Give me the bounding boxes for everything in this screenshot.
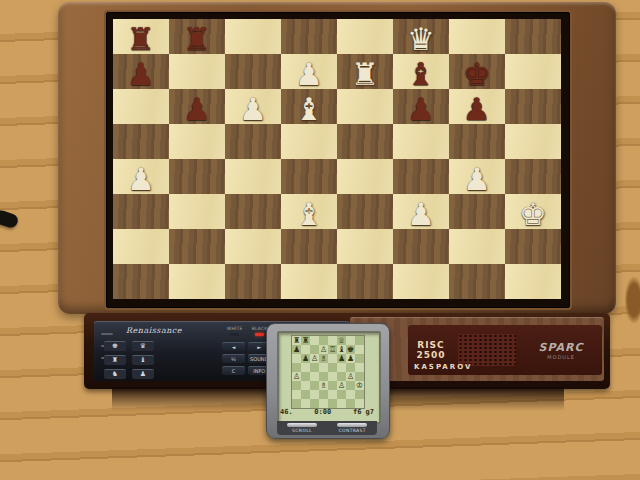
- square-b5[interactable]: [169, 124, 225, 159]
- square-h1[interactable]: [505, 264, 561, 299]
- lcd-square-b6: ♟: [301, 354, 310, 363]
- square-a1[interactable]: [113, 264, 169, 299]
- piece-wq-f8[interactable]: ♛: [393, 24, 449, 55]
- kasparov-brand: KASPAROV: [414, 363, 472, 371]
- square-b2[interactable]: [169, 229, 225, 264]
- piece-br-b8[interactable]: ♜: [169, 24, 225, 55]
- lcd-move-text: f6 g7: [353, 408, 374, 416]
- square-f1[interactable]: [393, 264, 449, 299]
- piece-wb-d6[interactable]: ♝: [281, 94, 337, 125]
- lcd-square-f7: ♝: [337, 345, 346, 354]
- sparc-label: SPARC: [520, 341, 602, 354]
- square-a7[interactable]: ♟: [113, 54, 169, 89]
- piece-wb-d3[interactable]: ♝: [281, 199, 337, 230]
- square-h5[interactable]: [505, 124, 561, 159]
- led-label-white: WHITE: [223, 325, 246, 330]
- lcd-square-e6: [328, 354, 337, 363]
- square-h6[interactable]: [505, 89, 561, 124]
- lcd-square-e2: [328, 390, 337, 399]
- piece-bp-f6[interactable]: ♟: [393, 94, 449, 125]
- square-e3[interactable]: [337, 194, 393, 229]
- square-e2[interactable]: [337, 229, 393, 264]
- lcd-square-b2: [301, 390, 310, 399]
- lcd-square-e3: [328, 381, 337, 390]
- lcd-square-h1: [355, 399, 364, 408]
- module-name-line1: RISC: [408, 340, 454, 350]
- square-f7[interactable]: ♝: [393, 54, 449, 89]
- lcd-square-a1: [292, 399, 301, 408]
- lcd-square-d2: [319, 390, 328, 399]
- square-g5[interactable]: [449, 124, 505, 159]
- lcd-piece-d6: ♗: [319, 354, 328, 363]
- scroll-label: SCROLL: [288, 427, 315, 432]
- lcd-square-g5: [346, 363, 355, 372]
- square-g4[interactable]: ♟: [449, 159, 505, 194]
- square-a4[interactable]: ♟: [113, 159, 169, 194]
- lcd-square-d4: [319, 372, 328, 381]
- module-name: RISC 2500: [408, 340, 454, 360]
- lcd-square-c3: [310, 381, 319, 390]
- lcd-square-g6: ♟: [346, 354, 355, 363]
- lcd-move-number: 46.: [280, 408, 293, 416]
- square-e5[interactable]: [337, 124, 393, 159]
- piece-key-♟[interactable]: ♟: [132, 369, 154, 379]
- contrast-label: CONTRAST: [338, 427, 365, 432]
- piece-wp-a4[interactable]: ♟: [113, 164, 169, 195]
- square-e6[interactable]: [337, 89, 393, 124]
- lcd-square-c8: [310, 336, 319, 345]
- square-f6[interactable]: ♟: [393, 89, 449, 124]
- lcd-piece-d7: ♙: [319, 345, 328, 354]
- lcd-square-f2: [337, 390, 346, 399]
- lcd-square-e7: ♖: [328, 345, 337, 354]
- lcd-square-h2: [355, 390, 364, 399]
- square-f4[interactable]: [393, 159, 449, 194]
- speaker-grille: [458, 334, 516, 366]
- lcd-square-f6: ♟: [337, 354, 346, 363]
- square-h3[interactable]: ♚: [505, 194, 561, 229]
- lcd-square-a3: [292, 381, 301, 390]
- square-c5[interactable]: [225, 124, 281, 159]
- lcd-square-f5: [337, 363, 346, 372]
- square-d1[interactable]: [281, 264, 337, 299]
- lcd-square-c1: [310, 399, 319, 408]
- square-c1[interactable]: [225, 264, 281, 299]
- lcd-piece-g6: ♟: [346, 354, 355, 363]
- piece-wp-f3[interactable]: ♟: [393, 199, 449, 230]
- square-h8[interactable]: [505, 19, 561, 54]
- module-right: SPARC MODULE: [520, 341, 602, 360]
- piece-wr-e7[interactable]: ♜: [337, 59, 393, 90]
- square-d3[interactable]: ♝: [281, 194, 337, 229]
- square-c4[interactable]: [225, 159, 281, 194]
- lcd-square-f3: ♙: [337, 381, 346, 390]
- lcd-square-d7: ♙: [319, 345, 328, 354]
- lcd-piece-b6: ♟: [301, 354, 310, 363]
- key--[interactable]: ◄: [222, 342, 245, 351]
- key--[interactable]: ½: [222, 354, 245, 363]
- square-b7[interactable]: [169, 54, 225, 89]
- square-h7[interactable]: [505, 54, 561, 89]
- lcd-piece-a4: ♙: [292, 372, 301, 381]
- lcd-square-g8: [346, 336, 355, 345]
- lcd-square-g4: ♙: [346, 372, 355, 381]
- lcd-square-d6: ♗: [319, 354, 328, 363]
- renaissance-logo: Renaissance: [126, 326, 216, 335]
- led-white: [230, 333, 239, 336]
- lcd-piece-d3: ♗: [319, 381, 328, 390]
- lcd-clock: 0:00: [314, 408, 331, 416]
- piece-key-♚[interactable]: ♚: [104, 341, 126, 351]
- lcd-square-g2: [346, 390, 355, 399]
- square-d6[interactable]: ♝: [281, 89, 337, 124]
- square-a8[interactable]: ♜: [113, 19, 169, 54]
- lcd-square-g7: ♚: [346, 345, 355, 354]
- piece-key-♝[interactable]: ♝: [132, 355, 154, 365]
- square-d2[interactable]: [281, 229, 337, 264]
- lcd-square-h6: [355, 354, 364, 363]
- square-d5[interactable]: [281, 124, 337, 159]
- power-cable: [0, 209, 20, 230]
- lcd-piece-a7: ♟: [292, 345, 301, 354]
- module-label: MODULE: [520, 354, 602, 360]
- lcd-piece-g7: ♚: [346, 345, 355, 354]
- lcd-square-f8: ♕: [337, 336, 346, 345]
- square-d8[interactable]: [281, 19, 337, 54]
- square-d7[interactable]: ♟: [281, 54, 337, 89]
- square-b4[interactable]: [169, 159, 225, 194]
- lcd-square-a4: ♙: [292, 372, 301, 381]
- lcd-piece-f3: ♙: [337, 381, 346, 390]
- lcd-square-c2: [310, 390, 319, 399]
- square-e7[interactable]: ♜: [337, 54, 393, 89]
- square-d4[interactable]: [281, 159, 337, 194]
- lcd-piece-c6: ♙: [310, 354, 319, 363]
- lcd-square-h4: [355, 372, 364, 381]
- square-b3[interactable]: [169, 194, 225, 229]
- lcd-square-a8: ♜: [292, 336, 301, 345]
- lcd-square-b8: ♜: [301, 336, 310, 345]
- led-black: [255, 333, 264, 336]
- square-f8[interactable]: ♛: [393, 19, 449, 54]
- lcd-move-line: 46. 0:00 f6 g7: [280, 408, 374, 416]
- piece-key-♛[interactable]: ♛: [132, 341, 154, 351]
- lcd-square-h5: [355, 363, 364, 372]
- lcd-square-b7: [301, 345, 310, 354]
- lcd-square-e1: [328, 399, 337, 408]
- square-f3[interactable]: ♟: [393, 194, 449, 229]
- square-b1[interactable]: [169, 264, 225, 299]
- piece-wp-c6[interactable]: ♟: [225, 94, 281, 125]
- lcd-board: ♜♜♕♟♙♖♝♚♟♙♗♟♟♙♙♗♙♔: [291, 335, 365, 409]
- key-c[interactable]: C: [222, 366, 245, 375]
- lcd-square-e4: [328, 372, 337, 381]
- piece-br-a8[interactable]: ♜: [113, 24, 169, 55]
- square-g6[interactable]: ♟: [449, 89, 505, 124]
- lcd-square-c5: [310, 363, 319, 372]
- square-g8[interactable]: [449, 19, 505, 54]
- lcd-square-f4: [337, 372, 346, 381]
- lcd-piece-f6: ♟: [337, 354, 346, 363]
- square-g2[interactable]: [449, 229, 505, 264]
- square-h4[interactable]: [505, 159, 561, 194]
- piece-bp-a7[interactable]: ♟: [113, 59, 169, 90]
- square-h2[interactable]: [505, 229, 561, 264]
- lcd-square-b3: [301, 381, 310, 390]
- square-c6[interactable]: ♟: [225, 89, 281, 124]
- lcd-square-a5: [292, 363, 301, 372]
- lcd-square-c6: ♙: [310, 354, 319, 363]
- scene: ♜♜♛♟♟♜♝♚♟♟♝♟♟♟♟♝♟♚ Renaissance ♚♛♜♝♞♟ WH…: [0, 0, 640, 480]
- piece-key-♜[interactable]: ♜: [104, 355, 126, 365]
- piece-wp-d7[interactable]: ♟: [281, 59, 337, 90]
- lcd-piece-h3: ♔: [355, 381, 364, 390]
- square-c3[interactable]: [225, 194, 281, 229]
- lcd-square-d1: [319, 399, 328, 408]
- lcd-square-d8: [319, 336, 328, 345]
- lcd-square-d5: [319, 363, 328, 372]
- piece-key-♞[interactable]: ♞: [104, 369, 126, 379]
- lcd-square-c4: [310, 372, 319, 381]
- lcd-square-h8: [355, 336, 364, 345]
- lcd-square-b4: [301, 372, 310, 381]
- square-c8[interactable]: [225, 19, 281, 54]
- lcd-square-b5: [301, 363, 310, 372]
- lcd-square-e8: [328, 336, 337, 345]
- piece-wk-h3[interactable]: ♚: [505, 199, 561, 230]
- lcd-square-h3: ♔: [355, 381, 364, 390]
- piece-bb-f7[interactable]: ♝: [393, 59, 449, 90]
- lcd-piece-b8: ♜: [301, 336, 310, 345]
- square-f2[interactable]: [393, 229, 449, 264]
- lcd-square-h7: [355, 345, 364, 354]
- lcd-square-a7: ♟: [292, 345, 301, 354]
- square-e4[interactable]: [337, 159, 393, 194]
- lcd-square-e5: [328, 363, 337, 372]
- square-b6[interactable]: ♟: [169, 89, 225, 124]
- piece-bp-b6[interactable]: ♟: [169, 94, 225, 125]
- lcd-piece-g4: ♙: [346, 372, 355, 381]
- square-g3[interactable]: [449, 194, 505, 229]
- lcd-square-f1: [337, 399, 346, 408]
- piece-wp-g4[interactable]: ♟: [449, 164, 505, 195]
- piece-bp-g6[interactable]: ♟: [449, 94, 505, 125]
- square-a5[interactable]: [113, 124, 169, 159]
- square-a3[interactable]: [113, 194, 169, 229]
- piece-key-block: ♚♛♜♝♞♟: [104, 341, 154, 379]
- lcd-button-bar: SCROLL CONTRAST: [277, 421, 377, 435]
- module-name-line2: 2500: [408, 350, 454, 360]
- lcd-square-g1: [346, 399, 355, 408]
- led-col-white: WHITE: [222, 325, 247, 336]
- square-g7[interactable]: ♚: [449, 54, 505, 89]
- lcd-piece-a8: ♜: [292, 336, 301, 345]
- square-b8[interactable]: ♜: [169, 19, 225, 54]
- lcd-piece-f8: ♕: [337, 336, 346, 345]
- square-a6[interactable]: [113, 89, 169, 124]
- square-e8[interactable]: [337, 19, 393, 54]
- piece-bk-g7[interactable]: ♚: [449, 59, 505, 90]
- lcd-square-a2: [292, 390, 301, 399]
- square-f5[interactable]: [393, 124, 449, 159]
- lcd-piece-e7: ♖: [328, 345, 337, 354]
- lcd-square-c7: [310, 345, 319, 354]
- square-e1[interactable]: [337, 264, 393, 299]
- lcd-piece-f7: ♝: [337, 345, 346, 354]
- lcd-square-b1: [301, 399, 310, 408]
- square-a2[interactable]: [113, 229, 169, 264]
- lcd-square-d3: ♗: [319, 381, 328, 390]
- lcd-square-g3: [346, 381, 355, 390]
- lcd-square-a6: [292, 354, 301, 363]
- square-g1[interactable]: [449, 264, 505, 299]
- play-area: ♜♜♛♟♟♜♝♚♟♟♝♟♟♟♟♝♟♚: [113, 19, 561, 299]
- square-c7[interactable]: [225, 54, 281, 89]
- square-c2[interactable]: [225, 229, 281, 264]
